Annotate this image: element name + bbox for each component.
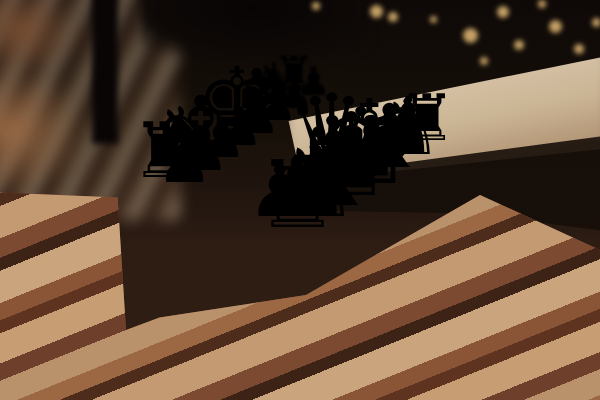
bokeh-light [463, 28, 478, 43]
piece-black-pawn-a7: ♟ [157, 124, 219, 197]
bokeh-light [480, 57, 488, 65]
bokeh-light [370, 5, 383, 18]
bokeh-light [514, 40, 524, 50]
bokeh-light [312, 2, 320, 10]
bokeh-light [430, 16, 437, 23]
bokeh-light [497, 6, 509, 18]
piece-white-rook-a1: ♜ [256, 140, 349, 249]
bokeh-light [388, 12, 398, 22]
bokeh-light [574, 44, 584, 54]
bokeh-light [592, 18, 600, 27]
bokeh-light [549, 20, 562, 33]
chess-photo-scene: ♜♟♞♟♝♟♚♟♟♜♟♟♝♞♟♟♛♞♝♟♟♜♚♟♟♛♟♝♟♞♟♜ [0, 0, 600, 400]
bokeh-light [538, 0, 546, 8]
